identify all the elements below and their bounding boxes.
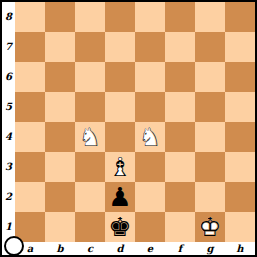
square-a8[interactable] — [15, 2, 45, 32]
rank-labels: 87654321 — [2, 2, 15, 242]
square-d6[interactable] — [105, 62, 135, 92]
square-e4[interactable]: ♞♘ — [135, 122, 165, 152]
file-label-c: c — [75, 242, 105, 255]
square-h2[interactable] — [225, 182, 255, 212]
rank-label-8: 8 — [2, 2, 15, 32]
square-e5[interactable] — [135, 92, 165, 122]
square-c3[interactable] — [75, 152, 105, 182]
square-b2[interactable] — [45, 182, 75, 212]
square-f4[interactable] — [165, 122, 195, 152]
white-king-g1: ♚♔ — [195, 212, 225, 242]
piece-outline-layer: ♘ — [135, 122, 165, 152]
square-b8[interactable] — [45, 2, 75, 32]
square-d4[interactable] — [105, 122, 135, 152]
square-e7[interactable] — [135, 32, 165, 62]
rank-label-4: 4 — [2, 122, 15, 152]
square-g3[interactable] — [195, 152, 225, 182]
square-g1[interactable]: ♚♔ — [195, 212, 225, 242]
white-knight-c4: ♞♘ — [75, 122, 105, 152]
white-knight-e4: ♞♘ — [135, 122, 165, 152]
square-f5[interactable] — [165, 92, 195, 122]
square-g8[interactable] — [195, 2, 225, 32]
square-g7[interactable] — [195, 32, 225, 62]
square-d7[interactable] — [105, 32, 135, 62]
piece-outline-layer: ♗ — [105, 152, 135, 182]
square-f7[interactable] — [165, 32, 195, 62]
square-c8[interactable] — [75, 2, 105, 32]
square-h3[interactable] — [225, 152, 255, 182]
square-f2[interactable] — [165, 182, 195, 212]
chess-board: ♞♘♞♘♝♗♟♚♚♔ — [15, 2, 255, 242]
square-e6[interactable] — [135, 62, 165, 92]
square-b4[interactable] — [45, 122, 75, 152]
rank-label-6: 6 — [2, 62, 15, 92]
white-bishop-d3: ♝♗ — [105, 152, 135, 182]
rank-label-7: 7 — [2, 32, 15, 62]
square-g6[interactable] — [195, 62, 225, 92]
square-b6[interactable] — [45, 62, 75, 92]
file-label-g: g — [195, 242, 225, 255]
square-e1[interactable] — [135, 212, 165, 242]
square-a5[interactable] — [15, 92, 45, 122]
black-pawn-d2: ♟ — [105, 182, 135, 212]
square-g2[interactable] — [195, 182, 225, 212]
piece-glyph: ♚ — [105, 212, 135, 242]
square-d5[interactable] — [105, 92, 135, 122]
rank-label-5: 5 — [2, 92, 15, 122]
side-to-move-indicator — [4, 236, 24, 256]
square-a6[interactable] — [15, 62, 45, 92]
square-h8[interactable] — [225, 2, 255, 32]
file-label-h: h — [225, 242, 255, 255]
square-g5[interactable] — [195, 92, 225, 122]
square-h6[interactable] — [225, 62, 255, 92]
square-e2[interactable] — [135, 182, 165, 212]
square-f6[interactable] — [165, 62, 195, 92]
square-a3[interactable] — [15, 152, 45, 182]
piece-glyph: ♟ — [105, 182, 135, 212]
rank-label-3: 3 — [2, 152, 15, 182]
square-f3[interactable] — [165, 152, 195, 182]
square-c7[interactable] — [75, 32, 105, 62]
square-f1[interactable] — [165, 212, 195, 242]
square-b5[interactable] — [45, 92, 75, 122]
black-king-d1: ♚ — [105, 212, 135, 242]
file-label-e: e — [135, 242, 165, 255]
square-c1[interactable] — [75, 212, 105, 242]
square-d3[interactable]: ♝♗ — [105, 152, 135, 182]
square-h7[interactable] — [225, 32, 255, 62]
file-labels: abcdefgh — [15, 242, 255, 255]
square-c6[interactable] — [75, 62, 105, 92]
square-g4[interactable] — [195, 122, 225, 152]
square-b7[interactable] — [45, 32, 75, 62]
file-label-f: f — [165, 242, 195, 255]
square-h4[interactable] — [225, 122, 255, 152]
chess-diagram: 87654321 ♞♘♞♘♝♗♟♚♚♔ abcdefgh — [0, 0, 257, 257]
square-d8[interactable] — [105, 2, 135, 32]
square-f8[interactable] — [165, 2, 195, 32]
file-label-d: d — [105, 242, 135, 255]
square-h1[interactable] — [225, 212, 255, 242]
square-a7[interactable] — [15, 32, 45, 62]
square-e3[interactable] — [135, 152, 165, 182]
square-d2[interactable]: ♟ — [105, 182, 135, 212]
square-b3[interactable] — [45, 152, 75, 182]
square-e8[interactable] — [135, 2, 165, 32]
square-c5[interactable] — [75, 92, 105, 122]
square-a2[interactable] — [15, 182, 45, 212]
square-c4[interactable]: ♞♘ — [75, 122, 105, 152]
square-a4[interactable] — [15, 122, 45, 152]
square-c2[interactable] — [75, 182, 105, 212]
piece-outline-layer: ♘ — [75, 122, 105, 152]
piece-outline-layer: ♔ — [195, 212, 225, 242]
square-h5[interactable] — [225, 92, 255, 122]
square-d1[interactable]: ♚ — [105, 212, 135, 242]
file-label-b: b — [45, 242, 75, 255]
rank-label-2: 2 — [2, 182, 15, 212]
square-b1[interactable] — [45, 212, 75, 242]
